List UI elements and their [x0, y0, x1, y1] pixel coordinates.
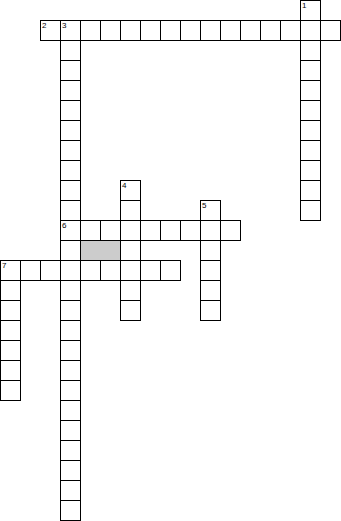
crossword-cell[interactable]: 6 [60, 220, 81, 241]
crossword-cell[interactable] [60, 380, 81, 401]
crossword-cell[interactable] [140, 260, 161, 281]
crossword-cell[interactable] [60, 80, 81, 101]
crossword-cell[interactable] [300, 60, 321, 81]
crossword-cell[interactable] [20, 260, 41, 281]
crossword-cell[interactable] [60, 460, 81, 481]
crossword-cell[interactable] [300, 100, 321, 121]
crossword-cell[interactable] [60, 420, 81, 441]
crossword-cell[interactable] [60, 440, 81, 461]
crossword-cell[interactable] [120, 280, 141, 301]
crossword-cell[interactable] [60, 60, 81, 81]
crossword-cell[interactable] [160, 20, 181, 41]
crossword-cell[interactable] [160, 220, 181, 241]
crossword-cell[interactable] [300, 20, 321, 41]
crossword-cell[interactable] [60, 480, 81, 501]
crossword-cell[interactable] [60, 100, 81, 121]
crossword-cell[interactable] [60, 240, 81, 261]
clue-number: 3 [62, 21, 66, 30]
crossword-cell[interactable] [200, 300, 221, 321]
crossword-cell[interactable] [200, 280, 221, 301]
crossword-cell[interactable]: 7 [0, 260, 21, 281]
crossword-cell[interactable] [0, 300, 21, 321]
crossword-cell[interactable] [60, 120, 81, 141]
crossword-cell[interactable] [60, 180, 81, 201]
crossword-cell[interactable] [100, 260, 121, 281]
crossword-cell[interactable] [0, 360, 21, 381]
crossword-cell[interactable]: 4 [120, 180, 141, 201]
crossword-cell[interactable] [180, 220, 201, 241]
crossword-cell[interactable] [220, 220, 241, 241]
crossword-cell[interactable] [60, 400, 81, 421]
crossword-cell[interactable] [0, 280, 21, 301]
crossword-cell[interactable] [260, 20, 281, 41]
crossword-cell[interactable] [60, 160, 81, 181]
crossword-board: 1234567 [0, 0, 341, 521]
crossword-cell[interactable] [300, 120, 321, 141]
crossword-cell[interactable] [60, 280, 81, 301]
crossword-cell[interactable] [60, 260, 81, 281]
crossword-cell[interactable] [120, 260, 141, 281]
crossword-cell[interactable] [300, 180, 321, 201]
crossword-cell[interactable] [200, 20, 221, 41]
crossword-cell[interactable] [80, 220, 101, 241]
crossword-cell[interactable] [120, 20, 141, 41]
crossword-cell[interactable] [120, 300, 141, 321]
crossword-cell[interactable] [60, 200, 81, 221]
clue-number: 6 [62, 221, 66, 230]
crossword-cell[interactable] [200, 220, 221, 241]
crossword-cell[interactable] [60, 340, 81, 361]
crossword-cell[interactable]: 3 [60, 20, 81, 41]
crossword-cell[interactable] [80, 20, 101, 41]
crossword-cell[interactable] [60, 500, 81, 521]
crossword-cell[interactable] [60, 300, 81, 321]
crossword-cell[interactable] [0, 380, 21, 401]
crossword-cell[interactable] [100, 220, 121, 241]
crossword-cell[interactable] [60, 360, 81, 381]
clue-number: 2 [42, 21, 46, 30]
clue-number: 5 [202, 201, 206, 210]
crossword-cell[interactable] [160, 260, 181, 281]
crossword-cell[interactable]: 2 [40, 20, 61, 41]
crossword-cell[interactable] [300, 140, 321, 161]
crossword-cell[interactable] [60, 40, 81, 61]
crossword-cell[interactable] [0, 340, 21, 361]
crossword-cell[interactable] [140, 20, 161, 41]
crossword-cell[interactable] [300, 80, 321, 101]
crossword-cell[interactable] [240, 20, 261, 41]
crossword-cell[interactable] [120, 240, 141, 261]
crossword-cell[interactable]: 5 [200, 200, 221, 221]
crossword-cell[interactable] [0, 320, 21, 341]
crossword-cell[interactable] [200, 260, 221, 281]
crossword-cell[interactable] [40, 260, 61, 281]
crossword-cell[interactable] [60, 320, 81, 341]
crossword-cell[interactable] [100, 20, 121, 41]
crossword-cell[interactable] [300, 160, 321, 181]
crossword-cell[interactable] [80, 260, 101, 281]
crossword-cell[interactable] [140, 220, 161, 241]
crossword-cell[interactable] [120, 220, 141, 241]
crossword-cell[interactable] [60, 140, 81, 161]
crossword-cell[interactable] [200, 240, 221, 261]
crossword-cell[interactable] [180, 20, 201, 41]
crossword-cell[interactable] [280, 20, 301, 41]
crossword-cell[interactable] [120, 200, 141, 221]
crossword-cell[interactable] [300, 40, 321, 61]
crossword-shaded-cell [80, 240, 121, 261]
crossword-cell[interactable]: 1 [300, 0, 321, 21]
clue-number: 4 [122, 181, 126, 190]
clue-number: 1 [302, 1, 306, 10]
clue-number: 7 [2, 261, 6, 270]
crossword-cell[interactable] [300, 200, 321, 221]
crossword-cell[interactable] [220, 20, 241, 41]
crossword-cell[interactable] [320, 20, 341, 41]
